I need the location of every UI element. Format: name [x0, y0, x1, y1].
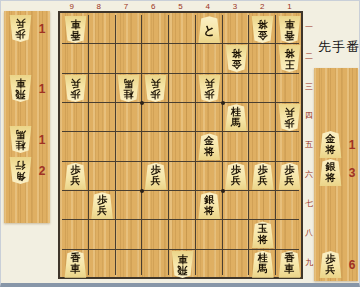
- row-label-九: 九: [304, 248, 314, 277]
- piece-gote-王将[interactable]: 王将: [278, 45, 301, 72]
- square-7三[interactable]: 桂馬: [116, 74, 143, 103]
- square-6八[interactable]: [142, 220, 169, 249]
- piece-sente-歩兵[interactable]: 歩兵: [64, 163, 87, 190]
- square-4八[interactable]: [196, 220, 223, 249]
- col-label-7: 7: [112, 2, 139, 11]
- square-1三[interactable]: [276, 74, 303, 103]
- hand-slot-飛車: 飛車1: [9, 75, 45, 104]
- square-9七[interactable]: [62, 191, 89, 220]
- square-2三[interactable]: [249, 74, 276, 103]
- piece-gote-香車[interactable]: 香車: [278, 16, 301, 43]
- square-4二[interactable]: [196, 44, 223, 73]
- piece-sente-銀将[interactable]: 銀将: [198, 192, 221, 219]
- piece-gote-香車[interactable]: 香車: [64, 16, 87, 43]
- square-9六[interactable]: 歩兵: [62, 162, 89, 191]
- square-6四[interactable]: [142, 103, 169, 132]
- piece-gote-歩兵[interactable]: 歩兵: [64, 75, 87, 102]
- gote-captured-stand: 歩兵1飛車1桂馬1角行2: [4, 11, 50, 223]
- hand-slot-金将: 金将1: [319, 131, 355, 160]
- square-1七[interactable]: [276, 191, 303, 220]
- square-3二[interactable]: 金将: [223, 44, 250, 73]
- square-5八[interactable]: [169, 220, 196, 249]
- square-5四[interactable]: [169, 103, 196, 132]
- square-7八[interactable]: [116, 220, 143, 249]
- square-1六[interactable]: 歩兵: [276, 162, 303, 191]
- square-7四[interactable]: [116, 103, 143, 132]
- col-label-3: 3: [221, 2, 248, 11]
- square-3四[interactable]: 桂馬: [223, 103, 250, 132]
- square-5二[interactable]: [169, 44, 196, 73]
- square-3三[interactable]: [223, 74, 250, 103]
- square-5一[interactable]: [169, 15, 196, 44]
- square-3一[interactable]: [223, 15, 250, 44]
- square-2五[interactable]: [249, 132, 276, 161]
- square-6五[interactable]: [142, 132, 169, 161]
- square-4四[interactable]: [196, 103, 223, 132]
- square-7七[interactable]: [116, 191, 143, 220]
- piece-sente-と[interactable]: と: [198, 16, 221, 43]
- square-6七[interactable]: [142, 191, 169, 220]
- square-8三[interactable]: [89, 74, 116, 103]
- piece-sente-銀将[interactable]: 銀将: [319, 159, 342, 186]
- square-2九[interactable]: 桂馬: [249, 250, 276, 279]
- col-label-6: 6: [140, 2, 167, 11]
- piece-sente-香車[interactable]: 香車: [278, 251, 301, 278]
- square-2一[interactable]: 金将: [249, 15, 276, 44]
- piece-gote-金将[interactable]: 金将: [225, 45, 248, 72]
- square-8九[interactable]: [89, 250, 116, 279]
- square-2六[interactable]: 歩兵: [249, 162, 276, 191]
- square-8四[interactable]: [89, 103, 116, 132]
- square-9四[interactable]: [62, 103, 89, 132]
- piece-gote-桂馬[interactable]: 桂馬: [9, 126, 32, 153]
- square-1五[interactable]: [276, 132, 303, 161]
- square-5六[interactable]: [169, 162, 196, 191]
- square-6一[interactable]: [142, 15, 169, 44]
- row-label-一: 一: [304, 13, 314, 42]
- hand-count-銀将: 3: [345, 166, 359, 180]
- square-1二[interactable]: 王将: [276, 44, 303, 73]
- hand-slot-桂馬: 桂馬1: [9, 126, 45, 155]
- square-2八[interactable]: 玉将: [249, 220, 276, 249]
- hand-count-歩兵: 6: [345, 258, 359, 272]
- square-2四[interactable]: [249, 103, 276, 132]
- square-9三[interactable]: 歩兵: [62, 74, 89, 103]
- square-4五[interactable]: 金将: [196, 132, 223, 161]
- piece-sente-玉将[interactable]: 玉将: [251, 221, 274, 248]
- piece-sente-金将[interactable]: 金将: [319, 131, 342, 158]
- square-7二[interactable]: [116, 44, 143, 73]
- square-4一[interactable]: と: [196, 15, 223, 44]
- square-9八[interactable]: [62, 220, 89, 249]
- piece-sente-歩兵[interactable]: 歩兵: [144, 163, 167, 190]
- square-1一[interactable]: 香車: [276, 15, 303, 44]
- square-3五[interactable]: [223, 132, 250, 161]
- piece-gote-歩兵[interactable]: 歩兵: [9, 15, 32, 42]
- col-label-8: 8: [85, 2, 112, 11]
- hand-count-歩兵: 1: [35, 22, 49, 36]
- piece-sente-歩兵[interactable]: 歩兵: [278, 163, 301, 190]
- hand-count-飛車: 1: [35, 82, 49, 96]
- row-label-七: 七: [304, 189, 314, 218]
- square-6六[interactable]: 歩兵: [142, 162, 169, 191]
- square-1四[interactable]: 歩兵: [276, 103, 303, 132]
- hand-slot-角行: 角行2: [9, 157, 45, 186]
- square-1九[interactable]: 香車: [276, 250, 303, 279]
- square-1八[interactable]: [276, 220, 303, 249]
- hand-slot-歩兵: 歩兵6: [319, 251, 355, 280]
- piece-gote-歩兵[interactable]: 歩兵: [144, 75, 167, 102]
- row-label-四: 四: [304, 101, 314, 130]
- square-3七[interactable]: [223, 191, 250, 220]
- square-7五[interactable]: [116, 132, 143, 161]
- piece-gote-飛車[interactable]: 飛車: [171, 251, 194, 278]
- hand-count-金将: 1: [345, 138, 359, 152]
- square-8八[interactable]: [89, 220, 116, 249]
- row-label-八: 八: [304, 218, 314, 247]
- hand-count-角行: 2: [35, 164, 49, 178]
- hoshi-dot: [221, 101, 225, 105]
- square-6三[interactable]: 歩兵: [142, 74, 169, 103]
- square-9一[interactable]: 香車: [62, 15, 89, 44]
- piece-sente-桂馬[interactable]: 桂馬: [225, 104, 248, 131]
- square-9九[interactable]: 香車: [62, 250, 89, 279]
- hand-count-桂馬: 1: [35, 133, 49, 147]
- square-5三[interactable]: [169, 74, 196, 103]
- square-4三[interactable]: 歩兵: [196, 74, 223, 103]
- row-label-二: 二: [304, 42, 314, 71]
- piece-sente-桂馬[interactable]: 桂馬: [251, 251, 274, 278]
- row-label-五: 五: [304, 130, 314, 159]
- hand-slot-歩兵: 歩兵1: [9, 15, 45, 44]
- piece-sente-歩兵[interactable]: 歩兵: [251, 163, 274, 190]
- square-4九[interactable]: [196, 250, 223, 279]
- shogi-viewer: 987654321 一二三四五六七八九 先手番 歩兵1飛車1桂馬1角行2 香車と…: [0, 0, 360, 287]
- row-label-六: 六: [304, 160, 314, 189]
- piece-sente-香車[interactable]: 香車: [64, 251, 87, 278]
- square-4七[interactable]: 銀将: [196, 191, 223, 220]
- square-7九[interactable]: [116, 250, 143, 279]
- piece-gote-飛車[interactable]: 飛車: [9, 75, 32, 102]
- square-3九[interactable]: [223, 250, 250, 279]
- piece-sente-歩兵[interactable]: 歩兵: [319, 251, 342, 278]
- piece-gote-角行[interactable]: 角行: [9, 157, 32, 184]
- piece-sente-歩兵[interactable]: 歩兵: [91, 192, 114, 219]
- piece-gote-金将[interactable]: 金将: [251, 16, 274, 43]
- square-8五[interactable]: [89, 132, 116, 161]
- piece-sente-歩兵[interactable]: 歩兵: [225, 163, 248, 190]
- col-label-2: 2: [249, 2, 276, 11]
- hand-slot-銀将: 銀将3: [319, 159, 355, 188]
- square-7一[interactable]: [116, 15, 143, 44]
- square-8一[interactable]: [89, 15, 116, 44]
- col-label-9: 9: [58, 2, 85, 11]
- column-labels: 987654321: [58, 2, 303, 11]
- square-6九[interactable]: [142, 250, 169, 279]
- piece-sente-金将[interactable]: 金将: [198, 133, 221, 160]
- hoshi-dot: [221, 189, 225, 193]
- col-label-4: 4: [194, 2, 221, 11]
- col-label-1: 1: [276, 2, 303, 11]
- square-8七[interactable]: 歩兵: [89, 191, 116, 220]
- square-3六[interactable]: 歩兵: [223, 162, 250, 191]
- square-7六[interactable]: [116, 162, 143, 191]
- shogi-board: 香車と金将香車金将王将歩兵桂馬歩兵歩兵桂馬歩兵金将歩兵歩兵歩兵歩兵歩兵歩兵銀将玉…: [58, 11, 303, 279]
- piece-gote-歩兵[interactable]: 歩兵: [278, 104, 301, 131]
- square-4六[interactable]: [196, 162, 223, 191]
- square-6二[interactable]: [142, 44, 169, 73]
- turn-indicator: 先手番: [317, 38, 360, 56]
- square-5五[interactable]: [169, 132, 196, 161]
- piece-gote-桂馬[interactable]: 桂馬: [117, 75, 140, 102]
- square-8六[interactable]: [89, 162, 116, 191]
- piece-gote-歩兵[interactable]: 歩兵: [198, 75, 221, 102]
- square-3八[interactable]: [223, 220, 250, 249]
- square-9二[interactable]: [62, 44, 89, 73]
- square-2七[interactable]: [249, 191, 276, 220]
- row-labels: 一二三四五六七八九: [304, 13, 314, 277]
- square-8二[interactable]: [89, 44, 116, 73]
- square-5九[interactable]: 飛車: [169, 250, 196, 279]
- square-9五[interactable]: [62, 132, 89, 161]
- sente-captured-stand: 金将1銀将3歩兵6: [314, 68, 358, 281]
- square-2二[interactable]: [249, 44, 276, 73]
- square-5七[interactable]: [169, 191, 196, 220]
- row-label-三: 三: [304, 72, 314, 101]
- col-label-5: 5: [167, 2, 194, 11]
